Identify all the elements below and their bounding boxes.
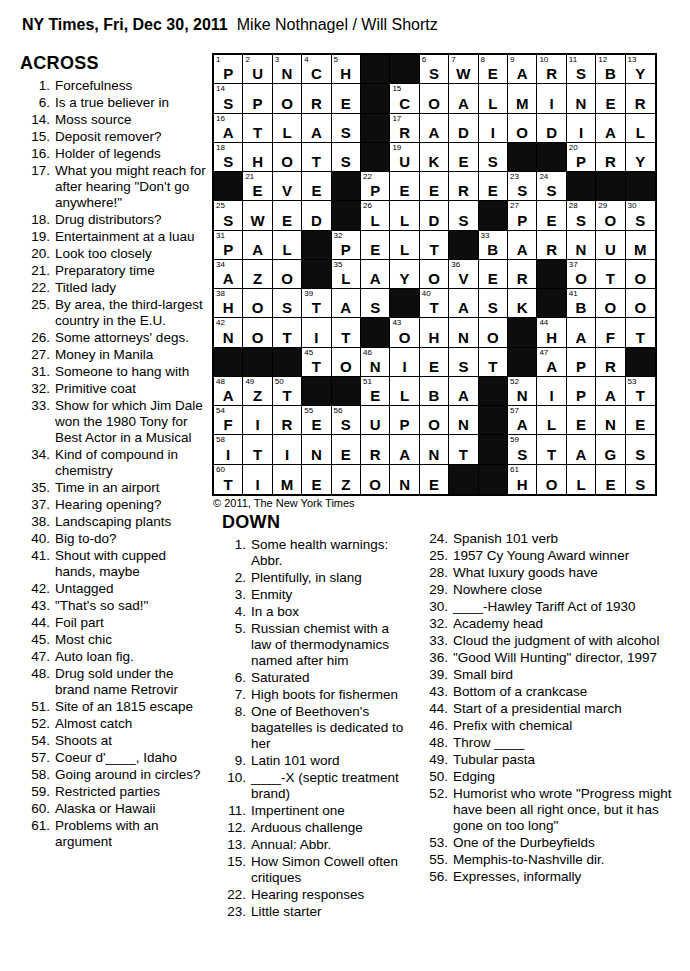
clue-text: Expresses, informally xyxy=(453,869,683,885)
grid-cell[interactable]: R xyxy=(537,231,566,260)
grid-cell-black[interactable] xyxy=(596,172,625,201)
grid-cell[interactable]: R xyxy=(596,348,625,377)
grid-cell[interactable]: O xyxy=(596,289,625,318)
grid-cell-black[interactable] xyxy=(390,55,419,84)
grid-cell-black[interactable] xyxy=(537,260,566,289)
grid-cell[interactable]: E xyxy=(332,435,361,464)
grid-cell[interactable]: A xyxy=(449,289,478,318)
grid-cell[interactable]: L xyxy=(390,201,419,230)
clue-text: Show for which Jim Dale won the 1980 Ton… xyxy=(55,398,208,446)
grid-cell[interactable]: N xyxy=(449,406,478,435)
grid-cell[interactable]: 52N xyxy=(508,377,537,406)
grid-cell[interactable]: 57A xyxy=(508,406,537,435)
cell-letter: S xyxy=(449,358,477,375)
grid-cell[interactable]: H xyxy=(420,318,449,347)
grid-cell[interactable]: E xyxy=(361,231,390,260)
clue-number: 59. xyxy=(20,784,55,800)
grid-cell[interactable]: M xyxy=(273,465,302,494)
grid-cell[interactable]: 14S xyxy=(214,84,243,113)
clue-number: 48. xyxy=(20,666,55,698)
cell-letter: A xyxy=(449,299,477,316)
grid-cell[interactable]: U xyxy=(596,231,625,260)
grid-cell[interactable]: E xyxy=(596,84,625,113)
clue-number: 3. xyxy=(222,587,251,603)
grid-cell[interactable]: A xyxy=(361,260,390,289)
grid-cell[interactable]: Y xyxy=(626,143,655,172)
grid-cell[interactable]: O xyxy=(361,465,390,494)
grid-cell[interactable]: L xyxy=(626,114,655,143)
grid-cell[interactable]: A xyxy=(302,114,331,143)
grid-cell[interactable]: 36V xyxy=(449,260,478,289)
grid-cell[interactable]: T xyxy=(273,318,302,347)
grid-cell[interactable]: L xyxy=(273,231,302,260)
grid-cell[interactable]: 46N xyxy=(361,348,390,377)
grid-cell[interactable]: E xyxy=(332,84,361,113)
grid-cell[interactable]: H xyxy=(243,143,272,172)
cell-number: 30 xyxy=(628,201,637,211)
grid-cell[interactable]: 1P xyxy=(214,55,243,84)
grid-cell[interactable]: L xyxy=(479,84,508,113)
grid-cell[interactable]: E xyxy=(302,465,331,494)
grid-cell[interactable]: 10R xyxy=(537,55,566,84)
cell-number: 5 xyxy=(334,55,338,65)
grid-cell[interactable]: L xyxy=(390,231,419,260)
cell-letter: Y xyxy=(626,65,655,82)
grid-cell[interactable]: 32P xyxy=(332,231,361,260)
across-clue: 47.Auto loan fig. xyxy=(20,649,208,665)
cell-number: 27 xyxy=(510,201,519,211)
grid-cell[interactable]: 28S xyxy=(567,201,596,230)
cell-number: 48 xyxy=(216,377,225,387)
grid-cell[interactable]: O xyxy=(626,260,655,289)
cell-letter: P xyxy=(390,416,418,433)
grid-cell[interactable]: T xyxy=(332,318,361,347)
grid-cell[interactable]: T xyxy=(596,260,625,289)
grid-cell[interactable]: N xyxy=(449,318,478,347)
grid-cell-black[interactable] xyxy=(214,348,243,377)
grid-cell[interactable]: L xyxy=(537,406,566,435)
grid-cell[interactable]: 4C xyxy=(302,55,331,84)
grid-cell[interactable]: R xyxy=(273,406,302,435)
grid-cell-black[interactable] xyxy=(567,172,596,201)
grid-cell[interactable]: 11S xyxy=(567,55,596,84)
grid-cell[interactable]: O xyxy=(273,84,302,113)
grid-cell[interactable]: 27P xyxy=(508,201,537,230)
grid-cell[interactable]: 23S xyxy=(508,172,537,201)
grid-cell[interactable]: G xyxy=(596,435,625,464)
grid-cell[interactable]: T xyxy=(537,435,566,464)
grid-cell[interactable]: Y xyxy=(390,260,419,289)
grid-cell[interactable]: S xyxy=(626,465,655,494)
grid-cell[interactable]: 20P xyxy=(567,143,596,172)
grid-cell-black[interactable] xyxy=(479,201,508,230)
grid-cell[interactable]: O xyxy=(243,289,272,318)
grid-cell[interactable]: 7W xyxy=(449,55,478,84)
grid-cell[interactable]: 15C xyxy=(390,84,419,113)
cell-letter: I xyxy=(567,124,595,141)
grid-cell[interactable]: 6S xyxy=(420,55,449,84)
grid-cell[interactable]: I xyxy=(390,348,419,377)
grid-cell[interactable]: Z xyxy=(332,465,361,494)
grid-cell[interactable]: L xyxy=(390,377,419,406)
cell-letter: E xyxy=(479,65,507,82)
across-clue: 42.Untagged xyxy=(20,581,208,597)
grid-cell[interactable]: O xyxy=(332,348,361,377)
clue-text: In a box xyxy=(251,604,412,620)
grid-cell[interactable]: N xyxy=(567,231,596,260)
grid-cell[interactable]: T xyxy=(420,231,449,260)
grid-cell[interactable]: T xyxy=(449,435,478,464)
grid-cell[interactable]: A xyxy=(332,289,361,318)
cell-letter: T xyxy=(332,329,360,346)
grid-cell[interactable]: S xyxy=(332,143,361,172)
grid-cell[interactable]: R xyxy=(449,172,478,201)
grid-cell[interactable]: A xyxy=(508,231,537,260)
grid-cell[interactable]: 9A xyxy=(508,55,537,84)
grid-cell[interactable]: 41B xyxy=(567,289,596,318)
grid-cell[interactable]: 33B xyxy=(479,231,508,260)
grid-cell[interactable]: O xyxy=(420,406,449,435)
grid-cell[interactable]: D xyxy=(449,114,478,143)
grid-cell[interactable]: 38H xyxy=(214,289,243,318)
grid-cell[interactable]: S xyxy=(449,348,478,377)
grid-cell-black[interactable] xyxy=(479,377,508,406)
grid-cell[interactable]: 3N xyxy=(273,55,302,84)
grid-cell[interactable]: 44H xyxy=(537,318,566,347)
grid-cell[interactable]: 19U xyxy=(390,143,419,172)
grid-cell[interactable]: 21E xyxy=(243,172,272,201)
grid-cell[interactable]: R xyxy=(508,260,537,289)
cell-number: 45 xyxy=(304,348,313,358)
grid-cell[interactable]: 49Z xyxy=(243,377,272,406)
clue-number: 14. xyxy=(20,112,55,128)
clue-number: 40. xyxy=(20,531,55,547)
grid-cell[interactable]: 31P xyxy=(214,231,243,260)
grid-cell[interactable]: E xyxy=(567,406,596,435)
grid-cell[interactable]: E xyxy=(420,172,449,201)
grid-cell[interactable]: 40T xyxy=(420,289,449,318)
grid-cell-black[interactable] xyxy=(508,318,537,347)
grid-cell[interactable]: B xyxy=(420,377,449,406)
clue-text: Small bird xyxy=(453,667,683,683)
grid-cell[interactable]: A xyxy=(390,435,419,464)
grid-cell[interactable]: 29O xyxy=(596,201,625,230)
cell-number: 46 xyxy=(363,348,372,358)
grid-cell-black[interactable] xyxy=(479,406,508,435)
grid-cell[interactable]: D xyxy=(537,114,566,143)
grid-cell[interactable]: T xyxy=(243,114,272,143)
cell-number: 6 xyxy=(422,55,426,65)
grid-cell[interactable]: R xyxy=(361,435,390,464)
grid-cell[interactable]: E xyxy=(596,465,625,494)
cell-number: 28 xyxy=(569,201,578,211)
cell-letter: O xyxy=(332,358,360,375)
grid-cell-black[interactable] xyxy=(390,289,419,318)
grid-cell[interactable]: O xyxy=(626,289,655,318)
grid-cell[interactable]: O xyxy=(273,143,302,172)
clue-number: 46. xyxy=(419,718,453,734)
grid-cell[interactable]: S xyxy=(449,201,478,230)
grid-cell[interactable]: W xyxy=(243,201,272,230)
grid-cell[interactable]: O xyxy=(243,318,272,347)
grid-cell[interactable]: O xyxy=(420,84,449,113)
grid-cell[interactable]: T xyxy=(479,348,508,377)
grid-cell[interactable]: 48A xyxy=(214,377,243,406)
grid-cell[interactable]: I xyxy=(302,318,331,347)
grid-cell[interactable]: 22P xyxy=(361,172,390,201)
grid-cell[interactable]: D xyxy=(420,201,449,230)
clue-text: Most chic xyxy=(55,632,208,648)
grid-cell[interactable]: Z xyxy=(243,260,272,289)
grid-cell[interactable]: A xyxy=(449,377,478,406)
cell-letter: L xyxy=(273,124,301,141)
grid-cell-black[interactable] xyxy=(361,318,390,347)
grid-cell[interactable]: 45T xyxy=(302,348,331,377)
cell-letter: O xyxy=(508,124,536,141)
grid-cell[interactable]: A xyxy=(449,84,478,113)
grid-cell[interactable]: N xyxy=(567,84,596,113)
grid-cell[interactable]: 60T xyxy=(214,465,243,494)
down-clues-col1: 1.Some health warnings: Abbr.2.Plentiful… xyxy=(222,537,412,920)
grid-cell-black[interactable] xyxy=(302,377,331,406)
cell-letter: O xyxy=(420,270,448,287)
across-clue: 27.Money in Manila xyxy=(20,347,208,363)
grid-cell[interactable]: E xyxy=(479,172,508,201)
grid-cell[interactable]: E xyxy=(420,348,449,377)
cell-letter: O xyxy=(596,299,624,316)
grid-cell[interactable]: E xyxy=(273,201,302,230)
grid-cell-black[interactable] xyxy=(273,348,302,377)
clue-number: 10. xyxy=(222,770,251,802)
grid-cell[interactable]: 34A xyxy=(214,260,243,289)
grid-cell-black[interactable] xyxy=(302,260,331,289)
grid-cell[interactable]: 50T xyxy=(273,377,302,406)
grid-cell[interactable]: E xyxy=(537,201,566,230)
grid-cell-black[interactable] xyxy=(449,231,478,260)
cell-letter: N xyxy=(361,358,389,375)
across-clues: 1.Forcefulness6.Is a true believer in14.… xyxy=(20,78,208,850)
clue-number: 54. xyxy=(20,733,55,749)
cell-letter: O xyxy=(273,153,301,170)
grid-cell[interactable]: O xyxy=(537,465,566,494)
grid-cell[interactable]: S xyxy=(361,289,390,318)
cell-letter: S xyxy=(332,153,360,170)
grid-cell[interactable]: P xyxy=(567,348,596,377)
grid-cell[interactable]: S xyxy=(626,435,655,464)
grid-cell[interactable]: S xyxy=(479,289,508,318)
grid-cell[interactable]: S xyxy=(273,289,302,318)
crossword-grid: 1P2U3N4C5H6S7W8E9A10R11S12B13Y14SPORE15C… xyxy=(212,53,657,496)
grid-cell[interactable]: 59S xyxy=(508,435,537,464)
grid-cell[interactable]: 43O xyxy=(390,318,419,347)
grid-cell[interactable]: 30S xyxy=(626,201,655,230)
grid-cell[interactable]: M xyxy=(508,84,537,113)
clue-text: Time in an airport xyxy=(55,480,208,496)
cell-letter: T xyxy=(420,241,448,258)
grid-cell[interactable]: 8E xyxy=(479,55,508,84)
grid-cell[interactable]: A xyxy=(567,318,596,347)
clue-text: Deposit remover? xyxy=(55,129,208,145)
grid-cell[interactable]: E xyxy=(420,465,449,494)
cell-letter: O xyxy=(390,329,418,346)
grid-cell[interactable]: R xyxy=(302,84,331,113)
clue-number: 17. xyxy=(20,163,55,211)
grid-cell[interactable]: E xyxy=(390,172,419,201)
grid-cell-black[interactable] xyxy=(214,172,243,201)
cell-number: 17 xyxy=(392,114,401,124)
across-clue: 25.By area, the third-largest country in… xyxy=(20,297,208,329)
clue-number: 41. xyxy=(20,548,55,580)
cell-letter: E xyxy=(361,241,389,258)
grid-cell[interactable]: P xyxy=(567,377,596,406)
grid-cell-black[interactable] xyxy=(332,172,361,201)
clue-text: Problems with an argument xyxy=(55,818,208,850)
grid-cell[interactable]: 13Y xyxy=(626,55,655,84)
clue-number: 23. xyxy=(222,904,251,920)
grid-cell[interactable]: L xyxy=(567,465,596,494)
puzzle-date: NY Times, Fri, Dec 30, 2011 xyxy=(22,16,228,33)
grid-cell[interactable]: I xyxy=(537,377,566,406)
grid-cell-black[interactable] xyxy=(332,201,361,230)
cell-number: 52 xyxy=(510,377,519,387)
grid-cell-black[interactable] xyxy=(302,231,331,260)
grid-cell[interactable]: A xyxy=(596,377,625,406)
grid-cell[interactable]: I xyxy=(479,114,508,143)
grid-cell[interactable]: L xyxy=(273,114,302,143)
clue-text: ____-X (septic treatment brand) xyxy=(251,770,412,802)
grid-cell-black[interactable] xyxy=(626,172,655,201)
cell-letter: U xyxy=(361,416,389,433)
grid-cell[interactable]: 17R xyxy=(390,114,419,143)
grid-cell[interactable]: O xyxy=(479,318,508,347)
grid-cell-black[interactable] xyxy=(361,114,390,143)
grid-cell[interactable]: R xyxy=(596,143,625,172)
grid-cell[interactable]: 51E xyxy=(361,377,390,406)
grid-cell[interactable]: O xyxy=(420,260,449,289)
cell-letter: R xyxy=(508,270,536,287)
cell-number: 31 xyxy=(216,231,225,241)
grid-cell[interactable]: N xyxy=(420,435,449,464)
grid-cell[interactable]: 53T xyxy=(626,377,655,406)
grid-cell-black[interactable] xyxy=(508,143,537,172)
grid-cell[interactable]: T xyxy=(626,318,655,347)
clue-text: Latin 101 word xyxy=(251,753,412,769)
grid-cell[interactable]: T xyxy=(302,143,331,172)
grid-cell[interactable]: E xyxy=(449,143,478,172)
cell-letter: O xyxy=(273,270,301,287)
grid-cell[interactable]: 58I xyxy=(214,435,243,464)
grid-cell[interactable]: P xyxy=(390,406,419,435)
grid-cell[interactable]: 39T xyxy=(302,289,331,318)
grid-cell[interactable]: S xyxy=(332,114,361,143)
grid-cell[interactable]: 18S xyxy=(214,143,243,172)
grid-cell[interactable]: O xyxy=(508,114,537,143)
grid-cell[interactable]: S xyxy=(479,143,508,172)
grid-cell[interactable]: I xyxy=(243,465,272,494)
grid-cell[interactable]: 5H xyxy=(332,55,361,84)
clue-text: Edging xyxy=(453,769,683,785)
grid-cell-black[interactable] xyxy=(361,55,390,84)
grid-cell[interactable]: I xyxy=(537,84,566,113)
grid-cell-black[interactable] xyxy=(361,84,390,113)
grid-cell[interactable]: 2U xyxy=(243,55,272,84)
cell-letter: E xyxy=(302,416,330,433)
grid-cell[interactable]: A xyxy=(567,435,596,464)
clue-text: Almost catch xyxy=(55,716,208,732)
grid-cell-black[interactable] xyxy=(332,377,361,406)
grid-cell[interactable]: I xyxy=(243,406,272,435)
cell-number: 40 xyxy=(422,289,431,299)
cell-letter: E xyxy=(420,358,448,375)
cell-letter: W xyxy=(243,212,271,229)
grid-cell[interactable]: 26L xyxy=(361,201,390,230)
grid-cell[interactable]: F xyxy=(596,318,625,347)
cell-letter: D xyxy=(302,212,330,229)
grid-cell[interactable]: V xyxy=(273,172,302,201)
grid-cell[interactable]: I xyxy=(567,114,596,143)
grid-cell[interactable]: 16A xyxy=(214,114,243,143)
clue-text: Throw ____ xyxy=(453,735,683,751)
cell-number: 13 xyxy=(628,55,637,65)
grid-cell-black[interactable] xyxy=(537,143,566,172)
grid-cell[interactable]: 61H xyxy=(508,465,537,494)
grid-cell[interactable]: U xyxy=(361,406,390,435)
grid-cell-black[interactable] xyxy=(361,143,390,172)
grid-cell[interactable]: 24S xyxy=(537,172,566,201)
grid-cell-black[interactable] xyxy=(508,348,537,377)
grid-cell[interactable]: 54F xyxy=(214,406,243,435)
grid-cell[interactable]: 25S xyxy=(214,201,243,230)
grid-cell[interactable]: D xyxy=(302,201,331,230)
grid-cell[interactable]: N xyxy=(302,435,331,464)
grid-cell[interactable]: O xyxy=(273,260,302,289)
grid-cell[interactable]: 56S xyxy=(332,406,361,435)
grid-cell[interactable]: E xyxy=(626,406,655,435)
grid-cell[interactable]: K xyxy=(508,289,537,318)
grid-cell[interactable]: E xyxy=(479,260,508,289)
grid-cell-black[interactable] xyxy=(479,465,508,494)
grid-cell-black[interactable] xyxy=(537,289,566,318)
clue-number: 20. xyxy=(20,246,55,262)
grid-cell-black[interactable] xyxy=(243,348,272,377)
grid-cell[interactable]: N xyxy=(596,406,625,435)
cell-letter: T xyxy=(302,358,330,375)
grid-cell[interactable]: I xyxy=(273,435,302,464)
grid-cell[interactable]: R xyxy=(626,84,655,113)
grid-cell[interactable]: M xyxy=(626,231,655,260)
grid-cell[interactable]: 47A xyxy=(537,348,566,377)
cell-letter: T xyxy=(243,124,271,141)
grid-cell[interactable]: 35L xyxy=(332,260,361,289)
clue-text: Titled lady xyxy=(55,280,208,296)
grid-cell[interactable]: N xyxy=(390,465,419,494)
grid-cell[interactable]: A xyxy=(596,114,625,143)
grid-cell-black[interactable] xyxy=(626,348,655,377)
grid-cell[interactable]: 42N xyxy=(214,318,243,347)
grid-cell[interactable]: E xyxy=(302,172,331,201)
cell-number: 29 xyxy=(598,201,607,211)
grid-cell[interactable]: A xyxy=(243,231,272,260)
grid-cell[interactable]: T xyxy=(243,435,272,464)
grid-cell[interactable]: 55E xyxy=(302,406,331,435)
grid-cell[interactable]: P xyxy=(243,84,272,113)
grid-cell[interactable]: 37O xyxy=(567,260,596,289)
grid-cell-black[interactable] xyxy=(479,435,508,464)
grid-cell[interactable]: A xyxy=(420,114,449,143)
grid-cell[interactable]: K xyxy=(420,143,449,172)
grid-cell[interactable]: 12B xyxy=(596,55,625,84)
grid-cell-black[interactable] xyxy=(449,465,478,494)
